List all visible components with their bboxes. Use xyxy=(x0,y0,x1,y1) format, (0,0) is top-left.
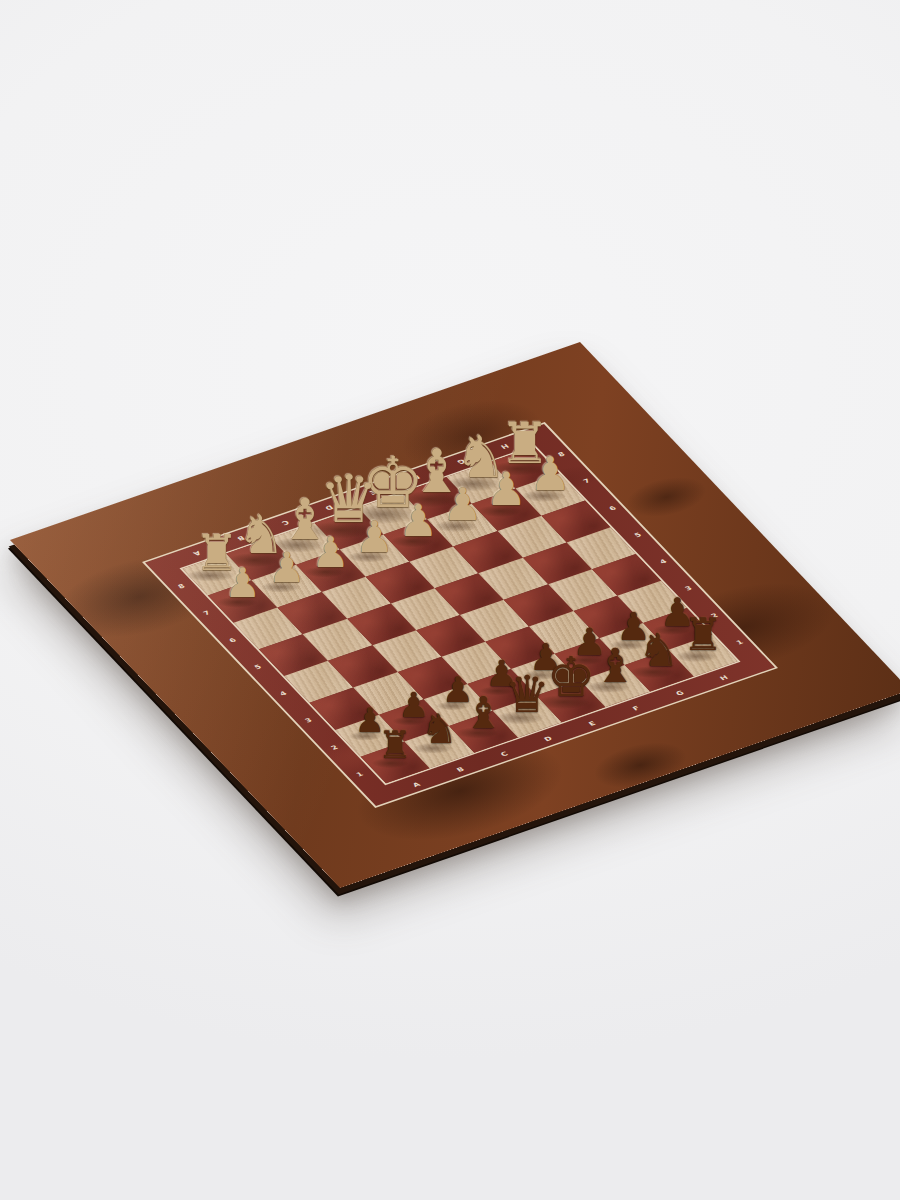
chess-board: AA88BB77CC66DD55EE44FF33GG22HH11 xyxy=(10,342,900,888)
product-photo: { "game": "chess", "scene_description": … xyxy=(0,0,900,1200)
checkered-field xyxy=(183,447,738,784)
